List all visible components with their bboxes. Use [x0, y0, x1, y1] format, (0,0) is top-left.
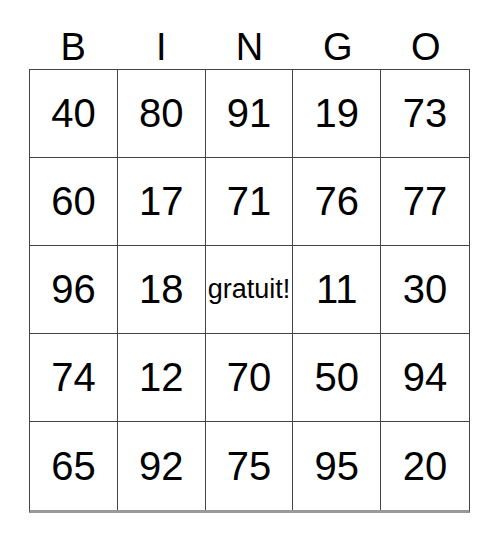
cell-r2-c0[interactable]: 96 — [30, 246, 118, 334]
cell-r0-c0[interactable]: 40 — [30, 70, 118, 158]
cell-r4-c0[interactable]: 65 — [30, 422, 118, 510]
cell-r3-c2[interactable]: 70 — [206, 334, 294, 422]
column-letter-b: B — [29, 28, 117, 69]
bingo-card: B I N G O 40 80 91 19 73 60 17 71 76 77 … — [29, 0, 470, 513]
cell-r2-c4[interactable]: 30 — [381, 246, 469, 334]
bingo-header: B I N G O — [29, 0, 470, 69]
cell-r4-c3[interactable]: 95 — [293, 422, 381, 510]
cell-r3-c1[interactable]: 12 — [118, 334, 206, 422]
column-letter-o: O — [382, 28, 470, 69]
cell-r4-c2[interactable]: 75 — [206, 422, 294, 510]
cell-r4-c1[interactable]: 92 — [118, 422, 206, 510]
cell-r0-c3[interactable]: 19 — [293, 70, 381, 158]
cell-r1-c1[interactable]: 17 — [118, 158, 206, 246]
column-letter-i: I — [117, 28, 205, 69]
cell-r3-c0[interactable]: 74 — [30, 334, 118, 422]
column-letter-n: N — [205, 28, 293, 69]
cell-r2-c3[interactable]: 11 — [293, 246, 381, 334]
cell-r2-c1[interactable]: 18 — [118, 246, 206, 334]
cell-r2-c2-free-space[interactable]: gratuit! — [206, 246, 294, 334]
cell-r1-c4[interactable]: 77 — [381, 158, 469, 246]
cell-r1-c2[interactable]: 71 — [206, 158, 294, 246]
cell-r4-c4[interactable]: 20 — [381, 422, 469, 510]
bingo-board: 40 80 91 19 73 60 17 71 76 77 96 18 grat… — [29, 69, 470, 513]
cell-r3-c3[interactable]: 50 — [293, 334, 381, 422]
cell-r0-c1[interactable]: 80 — [118, 70, 206, 158]
cell-r1-c3[interactable]: 76 — [293, 158, 381, 246]
cell-r0-c4[interactable]: 73 — [381, 70, 469, 158]
cell-r3-c4[interactable]: 94 — [381, 334, 469, 422]
cell-r1-c0[interactable]: 60 — [30, 158, 118, 246]
column-letter-g: G — [294, 28, 382, 69]
bingo-page: B I N G O 40 80 91 19 73 60 17 71 76 77 … — [0, 0, 500, 544]
cell-r0-c2[interactable]: 91 — [206, 70, 294, 158]
